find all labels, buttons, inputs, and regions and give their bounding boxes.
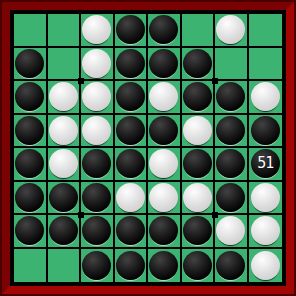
black-disc [183, 216, 212, 245]
black-disc [251, 116, 280, 145]
cell-h3[interactable] [249, 81, 283, 115]
cell-a8[interactable] [14, 249, 48, 283]
cell-h1[interactable] [249, 14, 283, 48]
black-disc [82, 149, 111, 178]
black-disc [183, 149, 212, 178]
cell-d6[interactable] [115, 182, 149, 216]
cell-h2[interactable] [249, 48, 283, 82]
board: 51 [14, 14, 282, 282]
cell-f5[interactable] [182, 148, 216, 182]
cell-d5[interactable] [115, 148, 149, 182]
black-disc [216, 82, 245, 111]
black-disc [116, 216, 145, 245]
cell-e1[interactable] [148, 14, 182, 48]
cell-f3[interactable] [182, 81, 216, 115]
cell-d8[interactable] [115, 249, 149, 283]
black-disc [149, 116, 178, 145]
cell-d1[interactable] [115, 14, 149, 48]
cell-d7[interactable] [115, 215, 149, 249]
black-disc [116, 149, 145, 178]
cell-a7[interactable] [14, 215, 48, 249]
cell-d3[interactable] [115, 81, 149, 115]
cell-f2[interactable] [182, 48, 216, 82]
cell-c4[interactable] [81, 115, 115, 149]
cell-g7[interactable] [215, 215, 249, 249]
black-disc [216, 183, 245, 212]
black-disc [82, 251, 111, 280]
cell-b2[interactable] [48, 48, 82, 82]
cell-g1[interactable] [215, 14, 249, 48]
white-disc [216, 216, 245, 245]
cell-b4[interactable] [48, 115, 82, 149]
white-disc [82, 49, 111, 78]
cell-g8[interactable] [215, 249, 249, 283]
cell-f4[interactable] [182, 115, 216, 149]
white-disc [116, 183, 145, 212]
cell-h6[interactable] [249, 182, 283, 216]
star-point [212, 78, 218, 84]
black-disc [216, 149, 245, 178]
black-disc [216, 251, 245, 280]
cell-e2[interactable] [148, 48, 182, 82]
black-disc [116, 116, 145, 145]
black-disc [15, 216, 44, 245]
white-disc [183, 183, 212, 212]
cell-c1[interactable] [81, 14, 115, 48]
cell-b7[interactable] [48, 215, 82, 249]
cell-e3[interactable] [148, 81, 182, 115]
white-disc [149, 82, 178, 111]
cell-a3[interactable] [14, 81, 48, 115]
move-number-label: 51 [257, 156, 273, 171]
cell-h4[interactable] [249, 115, 283, 149]
white-disc [251, 216, 280, 245]
black-disc [15, 116, 44, 145]
white-disc [82, 82, 111, 111]
cell-d4[interactable] [115, 115, 149, 149]
cell-g4[interactable] [215, 115, 249, 149]
cell-b1[interactable] [48, 14, 82, 48]
board-frame-inner-line: 51 [10, 10, 286, 286]
black-disc [116, 15, 145, 44]
white-disc [149, 183, 178, 212]
cell-c8[interactable] [81, 249, 115, 283]
cell-a6[interactable] [14, 182, 48, 216]
black-disc [82, 183, 111, 212]
cell-a2[interactable] [14, 48, 48, 82]
black-disc [15, 49, 44, 78]
white-disc [82, 116, 111, 145]
black-disc [116, 49, 145, 78]
white-disc [251, 251, 280, 280]
white-disc [183, 116, 212, 145]
black-disc [183, 251, 212, 280]
cell-a4[interactable] [14, 115, 48, 149]
star-point [212, 212, 218, 218]
white-disc [82, 15, 111, 44]
black-disc [49, 216, 78, 245]
black-disc [15, 82, 44, 111]
cell-c2[interactable] [81, 48, 115, 82]
black-disc [149, 49, 178, 78]
cell-e7[interactable] [148, 215, 182, 249]
black-disc [183, 49, 212, 78]
cell-a1[interactable] [14, 14, 48, 48]
white-disc [149, 149, 178, 178]
black-disc [116, 82, 145, 111]
cell-h7[interactable] [249, 215, 283, 249]
cell-b5[interactable] [48, 148, 82, 182]
cell-e6[interactable] [148, 182, 182, 216]
cell-e5[interactable] [148, 148, 182, 182]
cell-f1[interactable] [182, 14, 216, 48]
cell-c6[interactable] [81, 182, 115, 216]
black-disc [149, 251, 178, 280]
black-disc [82, 216, 111, 245]
cell-g6[interactable] [215, 182, 249, 216]
last-move-disc: 51 [251, 149, 280, 178]
white-disc [49, 82, 78, 111]
white-disc [216, 15, 245, 44]
cell-c5[interactable] [81, 148, 115, 182]
board-frame-red-bevel: 51 [2, 2, 294, 294]
black-disc [216, 116, 245, 145]
black-disc [49, 183, 78, 212]
cell-b8[interactable] [48, 249, 82, 283]
black-disc [116, 251, 145, 280]
star-point [78, 212, 84, 218]
cell-e8[interactable] [148, 249, 182, 283]
cell-g5[interactable] [215, 148, 249, 182]
cell-c3[interactable] [81, 81, 115, 115]
cell-d2[interactable] [115, 48, 149, 82]
black-disc [183, 82, 212, 111]
cell-a5[interactable] [14, 148, 48, 182]
white-disc [251, 82, 280, 111]
cell-f7[interactable] [182, 215, 216, 249]
black-disc [15, 183, 44, 212]
black-disc [15, 149, 44, 178]
cell-f6[interactable] [182, 182, 216, 216]
cell-g2[interactable] [215, 48, 249, 82]
cell-f8[interactable] [182, 249, 216, 283]
board-frame-outer: 51 [0, 0, 296, 296]
black-disc [149, 216, 178, 245]
cell-h5[interactable]: 51 [249, 148, 283, 182]
cell-g3[interactable] [215, 81, 249, 115]
cell-b3[interactable] [48, 81, 82, 115]
cell-h8[interactable] [249, 249, 283, 283]
cell-c7[interactable] [81, 215, 115, 249]
cell-b6[interactable] [48, 182, 82, 216]
cell-e4[interactable] [148, 115, 182, 149]
white-disc [251, 183, 280, 212]
star-point [78, 78, 84, 84]
black-disc [149, 15, 178, 44]
white-disc [49, 116, 78, 145]
white-disc [49, 149, 78, 178]
